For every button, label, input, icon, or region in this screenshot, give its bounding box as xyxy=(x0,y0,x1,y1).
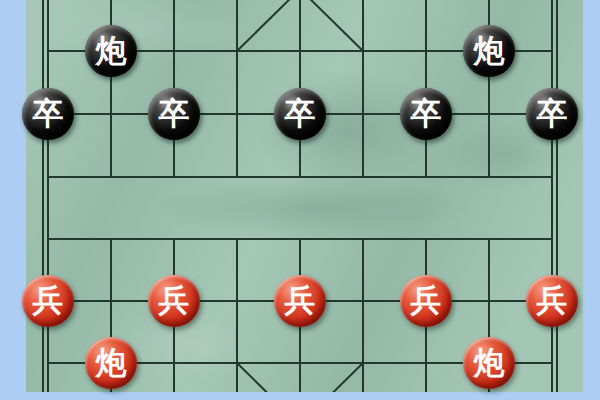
piece-glyph: 卒 xyxy=(159,98,190,129)
piece-glyph: 兵 xyxy=(285,285,316,316)
piece-glyph: 兵 xyxy=(33,285,64,316)
piece-black-soldier[interactable]: 卒 xyxy=(400,88,452,140)
piece-glyph: 卒 xyxy=(411,98,442,129)
piece-glyph: 兵 xyxy=(159,285,190,316)
piece-glyph: 炮 xyxy=(474,347,505,378)
piece-black-soldier[interactable]: 卒 xyxy=(148,88,200,140)
piece-red-soldier[interactable]: 兵 xyxy=(274,275,326,327)
piece-glyph: 炮 xyxy=(96,347,127,378)
piece-glyph: 炮 xyxy=(96,35,127,66)
piece-red-soldier[interactable]: 兵 xyxy=(22,275,74,327)
piece-glyph: 卒 xyxy=(537,98,568,129)
piece-black-cannon[interactable]: 炮 xyxy=(463,25,515,77)
piece-black-cannon[interactable]: 炮 xyxy=(85,25,137,77)
piece-black-soldier[interactable]: 卒 xyxy=(274,88,326,140)
piece-red-cannon[interactable]: 炮 xyxy=(463,337,515,389)
piece-red-soldier[interactable]: 兵 xyxy=(148,275,200,327)
piece-glyph: 卒 xyxy=(285,98,316,129)
piece-glyph: 兵 xyxy=(411,285,442,316)
piece-red-soldier[interactable]: 兵 xyxy=(526,275,578,327)
piece-black-soldier[interactable]: 卒 xyxy=(526,88,578,140)
piece-black-soldier[interactable]: 卒 xyxy=(22,88,74,140)
piece-glyph: 炮 xyxy=(474,35,505,66)
piece-glyph: 兵 xyxy=(537,285,568,316)
piece-red-soldier[interactable]: 兵 xyxy=(400,275,452,327)
xiangqi-screenshot: 炮炮卒卒卒卒卒兵兵兵兵兵炮炮 xyxy=(0,0,600,400)
piece-red-cannon[interactable]: 炮 xyxy=(85,337,137,389)
piece-glyph: 卒 xyxy=(33,98,64,129)
pieces-layer: 炮炮卒卒卒卒卒兵兵兵兵兵炮炮 xyxy=(0,0,600,400)
